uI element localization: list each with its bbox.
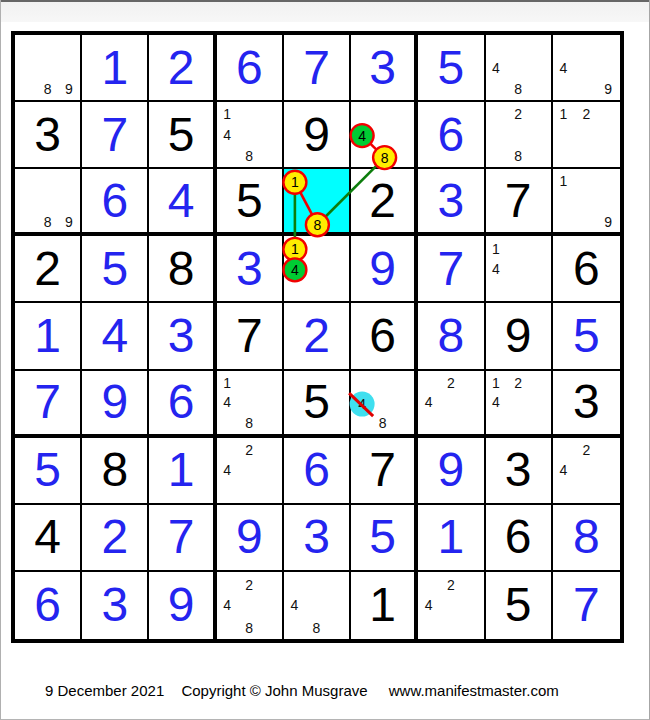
pencil-mark: 1	[223, 376, 231, 390]
cell-r3c8[interactable]: 7	[486, 169, 553, 236]
cell-r8c2[interactable]: 2	[82, 505, 149, 572]
pencil-mark: 9	[65, 82, 73, 96]
cell-value: 6	[34, 581, 61, 629]
cell-value: 3	[34, 111, 61, 159]
cell-value: 7	[505, 177, 532, 225]
pencil-mark: 4	[223, 395, 231, 409]
pencil-mark: 1	[560, 174, 568, 188]
cell-value: 3	[438, 177, 465, 225]
cell-value: 5	[168, 111, 195, 159]
cell-r5c7[interactable]: 8	[418, 303, 485, 370]
cell-value: 7	[168, 513, 195, 561]
cell-r9c6[interactable]: 1	[351, 572, 418, 639]
cell-r5c3[interactable]: 3	[149, 303, 216, 370]
cell-value: 7	[369, 446, 396, 494]
cell-r7c6[interactable]: 7	[351, 438, 418, 505]
cell-r3c9[interactable]: 19	[553, 169, 620, 236]
cell-r8c9[interactable]: 8	[553, 505, 620, 572]
cell-r7c4[interactable]: 24	[217, 438, 284, 505]
cell-r4c3[interactable]: 8	[149, 236, 216, 303]
cell-r8c6[interactable]: 5	[351, 505, 418, 572]
cell-r5c4[interactable]: 7	[217, 303, 284, 370]
cell-r8c4[interactable]: 9	[217, 505, 284, 572]
cell-value: 5	[236, 177, 263, 225]
pencil-mark: 9	[604, 215, 612, 229]
cell-value: 9	[505, 312, 532, 360]
cell-value: 3	[303, 513, 330, 561]
pencil-mark: 9	[65, 215, 73, 229]
cell-r4c9[interactable]: 6	[553, 236, 620, 303]
cell-r9c8[interactable]: 5	[486, 572, 553, 639]
cell-value: 4	[101, 312, 128, 360]
cell-r3c4[interactable]: 5	[217, 169, 284, 236]
cell-r6c4[interactable]: 148	[217, 371, 284, 438]
cell-r8c8[interactable]: 6	[486, 505, 553, 572]
cell-r9c2[interactable]: 3	[82, 572, 149, 639]
cell-r6c7[interactable]: 24	[418, 371, 485, 438]
pencil-mark: 4	[425, 598, 433, 612]
cell-r5c5[interactable]: 2	[284, 303, 351, 370]
pencil-mark: 8	[514, 82, 522, 96]
pencil-mark: 8	[245, 416, 253, 430]
pencil-mark: 4	[560, 61, 568, 75]
cell-value: 3	[505, 446, 532, 494]
cell-r1c7[interactable]: 5	[418, 35, 485, 102]
pencil-mark: 4	[425, 395, 433, 409]
cell-value: 5	[369, 513, 396, 561]
cell-r7c2[interactable]: 8	[82, 438, 149, 505]
cell-value: 3	[573, 378, 600, 426]
cell-value: 9	[303, 111, 330, 159]
pencil-mark: 1	[560, 107, 568, 121]
pencil-mark: 8	[44, 82, 52, 96]
cell-r7c1[interactable]: 5	[15, 438, 82, 505]
footer-date: 9 December 2021	[45, 682, 164, 699]
cell-r3c2[interactable]: 6	[82, 169, 149, 236]
cell-value: 7	[236, 312, 263, 360]
cell-r7c3[interactable]: 1	[149, 438, 216, 505]
cell-r5c6[interactable]: 6	[351, 303, 418, 370]
cell-r5c8[interactable]: 9	[486, 303, 553, 370]
cell-value: 1	[101, 44, 128, 92]
cell-value: 2	[303, 312, 330, 360]
pencil-mark: 2	[245, 578, 253, 592]
pencil-mark: 2	[582, 443, 590, 457]
cell-r1c5[interactable]: 7	[284, 35, 351, 102]
cell-r4c4[interactable]: 3	[217, 236, 284, 303]
cell-value: 7	[303, 44, 330, 92]
cell-r9c7[interactable]: 24	[418, 572, 485, 639]
cell-r2c6[interactable]	[351, 102, 418, 169]
cell-value: 6	[168, 378, 195, 426]
pencil-mark: 1	[492, 242, 500, 256]
cell-r4c5[interactable]	[284, 236, 351, 303]
pencil-mark: 8	[245, 621, 253, 635]
pencil-mark: 8	[514, 149, 522, 163]
cell-value: 8	[168, 245, 195, 293]
cell-value: 2	[369, 177, 396, 225]
cell-value: 6	[505, 513, 532, 561]
pencil-mark: 2	[514, 376, 522, 390]
cell-r7c7[interactable]: 9	[418, 438, 485, 505]
cell-value: 4	[34, 513, 61, 561]
cell-r9c4[interactable]: 248	[217, 572, 284, 639]
pencil-mark: 8	[379, 416, 387, 430]
cell-r5c2[interactable]: 4	[82, 303, 149, 370]
cell-r2c9[interactable]: 12	[553, 102, 620, 169]
pencil-mark: 1	[492, 376, 500, 390]
cell-r1c8[interactable]: 48	[486, 35, 553, 102]
cell-value: 1	[438, 513, 465, 561]
cell-value: 9	[438, 446, 465, 494]
cell-value: 6	[303, 446, 330, 494]
cell-r2c3[interactable]: 5	[149, 102, 216, 169]
cell-value: 6	[236, 44, 263, 92]
cell-value: 7	[101, 111, 128, 159]
cell-r9c5[interactable]: 48	[284, 572, 351, 639]
cell-r4c1[interactable]: 2	[15, 236, 82, 303]
pencil-mark: 9	[604, 82, 612, 96]
cell-r1c4[interactable]: 6	[217, 35, 284, 102]
pencil-mark: 1	[223, 107, 231, 121]
cell-value: 3	[236, 245, 263, 293]
cell-r3c3[interactable]: 4	[149, 169, 216, 236]
cell-r8c1[interactable]: 4	[15, 505, 82, 572]
cell-r3c6[interactable]: 2	[351, 169, 418, 236]
cell-value: 7	[438, 245, 465, 293]
cell-value: 9	[369, 245, 396, 293]
cell-r3c5[interactable]	[284, 169, 351, 236]
pencil-mark: 4	[223, 598, 231, 612]
pencil-mark: 4	[492, 395, 500, 409]
puzzle-window: 8912673548493751489628128964523719258397…	[0, 0, 650, 720]
pencil-mark: 2	[582, 107, 590, 121]
cell-value: 5	[438, 44, 465, 92]
pencil-mark: 4	[223, 128, 231, 142]
horizontal-scrollbar-track[interactable]	[1, 0, 649, 22]
pencil-mark: 2	[514, 107, 522, 121]
pencil-mark: 4	[290, 598, 298, 612]
pencil-mark: 2	[447, 578, 455, 592]
pencil-mark: 4	[492, 262, 500, 276]
cell-value: 9	[101, 378, 128, 426]
cell-r3c7[interactable]: 3	[418, 169, 485, 236]
pencil-mark: 2	[245, 443, 253, 457]
cell-value: 2	[168, 44, 195, 92]
cell-r2c1[interactable]: 3	[15, 102, 82, 169]
cell-r1c6[interactable]: 3	[351, 35, 418, 102]
sudoku-board: 8912673548493751489628128964523719258397…	[11, 31, 624, 643]
cell-r4c8[interactable]: 14	[486, 236, 553, 303]
cell-value: 3	[168, 312, 195, 360]
cell-r3c1[interactable]: 89	[15, 169, 82, 236]
cell-value: 5	[573, 312, 600, 360]
cell-r6c9[interactable]: 3	[553, 371, 620, 438]
cell-r7c9[interactable]: 24	[553, 438, 620, 505]
pencil-mark: 8	[313, 621, 321, 635]
cell-r1c3[interactable]: 2	[149, 35, 216, 102]
cell-value: 3	[369, 44, 396, 92]
cell-value: 2	[34, 245, 61, 293]
cell-value: 6	[101, 177, 128, 225]
footer-website: www.manifestmaster.com	[389, 682, 559, 699]
cell-r2c2[interactable]: 7	[82, 102, 149, 169]
cell-r5c9[interactable]: 5	[553, 303, 620, 370]
cell-value: 8	[573, 513, 600, 561]
cell-value: 6	[369, 312, 396, 360]
cell-r8c5[interactable]: 3	[284, 505, 351, 572]
cell-r6c5[interactable]: 5	[284, 371, 351, 438]
cell-r9c9[interactable]: 7	[553, 572, 620, 639]
cell-value: 1	[168, 446, 195, 494]
cell-value: 8	[438, 312, 465, 360]
cell-r2c8[interactable]: 28	[486, 102, 553, 169]
cell-r1c1[interactable]: 89	[15, 35, 82, 102]
cell-r2c4[interactable]: 148	[217, 102, 284, 169]
cell-value: 1	[369, 581, 396, 629]
cell-r7c8[interactable]: 3	[486, 438, 553, 505]
cell-r6c1[interactable]: 7	[15, 371, 82, 438]
cell-value: 9	[168, 581, 195, 629]
cell-value: 5	[101, 245, 128, 293]
pencil-mark: 4	[492, 61, 500, 75]
cell-r2c7[interactable]: 6	[418, 102, 485, 169]
pencil-mark: 8	[44, 215, 52, 229]
cell-r7c5[interactable]: 6	[284, 438, 351, 505]
cell-value: 7	[34, 378, 61, 426]
cell-value: 6	[573, 245, 600, 293]
cell-value: 3	[101, 581, 128, 629]
cell-r9c1[interactable]: 6	[15, 572, 82, 639]
cell-value: 1	[34, 312, 61, 360]
cell-value: 7	[573, 581, 600, 629]
cell-r4c2[interactable]: 5	[82, 236, 149, 303]
cell-r4c7[interactable]: 7	[418, 236, 485, 303]
cell-r1c9[interactable]: 49	[553, 35, 620, 102]
cell-r1c2[interactable]: 1	[82, 35, 149, 102]
pencil-mark: 4	[560, 463, 568, 477]
pencil-mark: 4	[223, 463, 231, 477]
cell-r5c1[interactable]: 1	[15, 303, 82, 370]
cell-value: 5	[303, 378, 330, 426]
cell-r8c7[interactable]: 1	[418, 505, 485, 572]
footer-text: 9 December 2021 Copyright © John Musgrav…	[45, 682, 559, 699]
cell-r6c6[interactable]: 8	[351, 371, 418, 438]
sudoku-board-area: 8912673548493751489628128964523719258397…	[11, 31, 624, 643]
cell-r6c8[interactable]: 124	[486, 371, 553, 438]
cell-value: 6	[438, 111, 465, 159]
cell-r6c2[interactable]: 9	[82, 371, 149, 438]
cell-r4c6[interactable]: 9	[351, 236, 418, 303]
cell-value: 4	[168, 177, 195, 225]
cell-value: 5	[505, 581, 532, 629]
cell-value: 9	[236, 513, 263, 561]
pencil-mark: 2	[447, 376, 455, 390]
cell-value: 8	[101, 446, 128, 494]
cell-r8c3[interactable]: 7	[149, 505, 216, 572]
footer-copyright: Copyright © John Musgrave	[181, 682, 367, 699]
pencil-mark: 8	[245, 149, 253, 163]
cell-r6c3[interactable]: 6	[149, 371, 216, 438]
cell-value: 5	[34, 446, 61, 494]
cell-value: 2	[101, 513, 128, 561]
cell-r2c5[interactable]: 9	[284, 102, 351, 169]
cell-r9c3[interactable]: 9	[149, 572, 216, 639]
